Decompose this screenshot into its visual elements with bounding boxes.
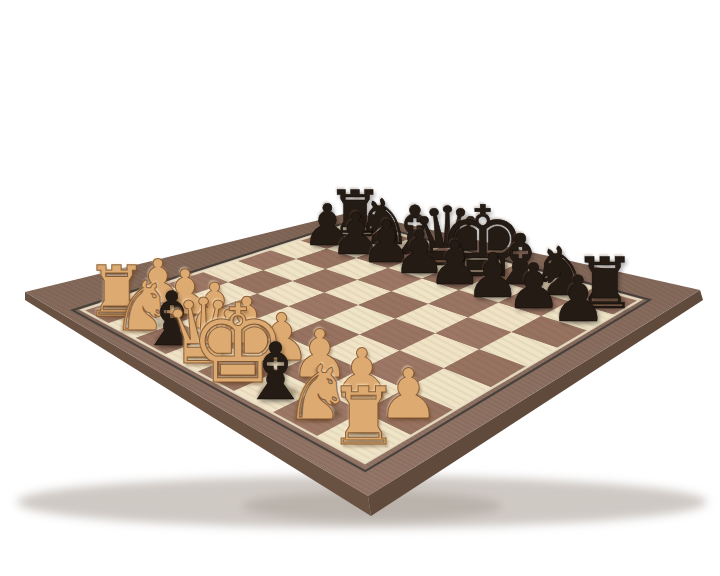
piece-shadow bbox=[590, 296, 624, 308]
piece-shadow bbox=[271, 349, 298, 359]
chess-set-product-photo: ♜♞♝♛♚♝♞♜♟♟♟♟♟♟♟♟♟♟♟♟♟♟♟♟♜♞♝♛♚♝♞♜ bbox=[0, 0, 720, 576]
piece-shadow bbox=[401, 243, 435, 255]
piece-shadow bbox=[348, 431, 387, 445]
piece-shadow bbox=[204, 319, 230, 328]
piece-shadow bbox=[568, 312, 595, 321]
piece-shadow bbox=[546, 284, 582, 296]
chess-board bbox=[0, 0, 720, 576]
piece-shadow bbox=[462, 260, 508, 276]
piece-shadow bbox=[370, 234, 403, 246]
piece-shadow bbox=[445, 275, 470, 284]
piece-shadow bbox=[215, 364, 266, 382]
piece-shadow bbox=[505, 272, 540, 284]
piece-shadow bbox=[236, 333, 263, 342]
piece-shadow bbox=[148, 293, 174, 302]
piece-shadow bbox=[300, 407, 340, 421]
piece-shadow bbox=[128, 318, 165, 331]
piece-shadow bbox=[483, 287, 509, 296]
piece-shadow bbox=[377, 254, 402, 263]
piece-shadow bbox=[397, 407, 426, 417]
piece-shadow bbox=[309, 367, 337, 377]
piece-shadow bbox=[343, 226, 374, 237]
piece-shadow bbox=[259, 385, 298, 399]
piece-shadow bbox=[410, 264, 435, 273]
piece-shadow bbox=[429, 250, 471, 265]
piece-shadow bbox=[351, 386, 379, 396]
piece-shadow bbox=[183, 347, 229, 363]
piece-shadow bbox=[318, 237, 342, 245]
piece-shadow bbox=[524, 299, 550, 308]
piece-shadow bbox=[347, 245, 371, 254]
piece-shadow bbox=[102, 305, 136, 317]
piece-shadow bbox=[156, 333, 193, 346]
piece-shadow bbox=[175, 305, 201, 314]
